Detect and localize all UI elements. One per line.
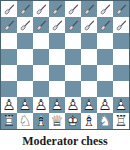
square-c6	[33, 33, 49, 49]
white-pawn: ♙	[17, 97, 33, 113]
square-a5	[1, 49, 17, 65]
square-e6	[65, 33, 81, 49]
moderator-gavel-icon	[19, 3, 32, 16]
square-g5	[97, 49, 113, 65]
white-rook: ♖	[113, 113, 129, 129]
square-c1: ♝♗	[33, 113, 49, 129]
square-h2: ♟♙	[113, 97, 129, 113]
square-e1: ♚♔	[65, 113, 81, 129]
square-e7	[65, 17, 81, 33]
square-h8	[113, 1, 129, 17]
white-pawn: ♙	[49, 97, 65, 113]
moderator-gavel-icon	[51, 19, 64, 32]
chess-board: ♟♙♟♙♟♙♟♙♟♙♟♙♟♙♟♙♜♖♞♘♝♗♛♕♚♔♝♗♞♘♜♖	[0, 0, 130, 130]
square-d8	[49, 1, 65, 17]
moderator-chess-figure: ♟♙♟♙♟♙♟♙♟♙♟♙♟♙♟♙♜♖♞♘♝♗♛♕♚♔♝♗♞♘♜♖ Moderat…	[0, 0, 130, 150]
square-d6	[49, 33, 65, 49]
white-queen-fill: ♛	[49, 113, 65, 129]
square-c4	[33, 65, 49, 81]
square-e8	[65, 1, 81, 17]
square-h1: ♜♖	[113, 113, 129, 129]
square-f2: ♟♙	[81, 97, 97, 113]
white-bishop-fill: ♝	[81, 113, 97, 129]
white-bishop-fill: ♝	[33, 113, 49, 129]
white-queen: ♕	[49, 113, 65, 129]
square-f3	[81, 81, 97, 97]
moderator-gavel-icon	[67, 3, 80, 16]
square-d4	[49, 65, 65, 81]
square-g6	[97, 33, 113, 49]
square-h5	[113, 49, 129, 65]
square-b6	[17, 33, 33, 49]
square-a6	[1, 33, 17, 49]
square-f8	[81, 1, 97, 17]
white-pawn-fill: ♟	[33, 97, 49, 113]
white-knight-fill: ♞	[97, 113, 113, 129]
white-rook-fill: ♜	[1, 113, 17, 129]
square-d5	[49, 49, 65, 65]
square-g7	[97, 17, 113, 33]
square-b7	[17, 17, 33, 33]
square-b3	[17, 81, 33, 97]
white-knight: ♘	[97, 113, 113, 129]
square-c3	[33, 81, 49, 97]
square-a4	[1, 65, 17, 81]
square-d7	[49, 17, 65, 33]
square-g1: ♞♘	[97, 113, 113, 129]
square-c2: ♟♙	[33, 97, 49, 113]
square-d3	[49, 81, 65, 97]
white-king-fill: ♚	[65, 113, 81, 129]
white-pawn: ♙	[65, 97, 81, 113]
square-d2: ♟♙	[49, 97, 65, 113]
square-e5	[65, 49, 81, 65]
square-g4	[97, 65, 113, 81]
moderator-gavel-icon	[115, 19, 128, 32]
white-pawn-fill: ♟	[97, 97, 113, 113]
square-b2: ♟♙	[17, 97, 33, 113]
square-g8	[97, 1, 113, 17]
square-b5	[17, 49, 33, 65]
square-f1: ♝♗	[81, 113, 97, 129]
white-pawn: ♙	[1, 97, 17, 113]
square-e4	[65, 65, 81, 81]
moderator-gavel-icon	[83, 19, 96, 32]
moderator-gavel-icon	[115, 3, 128, 16]
moderator-gavel-icon	[3, 19, 16, 32]
white-knight: ♘	[17, 113, 33, 129]
square-e3	[65, 81, 81, 97]
square-h3	[113, 81, 129, 97]
moderator-gavel-icon	[99, 19, 112, 32]
white-pawn-fill: ♟	[17, 97, 33, 113]
square-f4	[81, 65, 97, 81]
white-pawn: ♙	[81, 97, 97, 113]
white-pawn-fill: ♟	[49, 97, 65, 113]
white-pawn: ♙	[113, 97, 129, 113]
white-pawn-fill: ♟	[65, 97, 81, 113]
square-h4	[113, 65, 129, 81]
square-b1: ♞♘	[17, 113, 33, 129]
square-h7	[113, 17, 129, 33]
square-a8	[1, 1, 17, 17]
moderator-gavel-icon	[19, 19, 32, 32]
square-f5	[81, 49, 97, 65]
figure-caption: Moderator chess	[0, 134, 130, 148]
moderator-gavel-icon	[51, 3, 64, 16]
square-g3	[97, 81, 113, 97]
square-f7	[81, 17, 97, 33]
moderator-gavel-icon	[35, 19, 48, 32]
square-b4	[17, 65, 33, 81]
square-a1: ♜♖	[1, 113, 17, 129]
white-bishop: ♗	[33, 113, 49, 129]
square-d1: ♛♕	[49, 113, 65, 129]
square-a7	[1, 17, 17, 33]
moderator-gavel-icon	[3, 3, 16, 16]
white-rook-fill: ♜	[113, 113, 129, 129]
square-c7	[33, 17, 49, 33]
white-rook: ♖	[1, 113, 17, 129]
square-a2: ♟♙	[1, 97, 17, 113]
square-e2: ♟♙	[65, 97, 81, 113]
moderator-gavel-icon	[83, 3, 96, 16]
white-pawn-fill: ♟	[1, 97, 17, 113]
white-pawn-fill: ♟	[81, 97, 97, 113]
square-c8	[33, 1, 49, 17]
white-pawn-fill: ♟	[113, 97, 129, 113]
moderator-gavel-icon	[99, 3, 112, 16]
white-knight-fill: ♞	[17, 113, 33, 129]
white-pawn: ♙	[97, 97, 113, 113]
moderator-gavel-icon	[35, 3, 48, 16]
square-f6	[81, 33, 97, 49]
moderator-gavel-icon	[67, 19, 80, 32]
square-b8	[17, 1, 33, 17]
square-g2: ♟♙	[97, 97, 113, 113]
white-king: ♔	[65, 113, 81, 129]
white-pawn: ♙	[33, 97, 49, 113]
square-a3	[1, 81, 17, 97]
white-bishop: ♗	[81, 113, 97, 129]
square-c5	[33, 49, 49, 65]
square-h6	[113, 33, 129, 49]
